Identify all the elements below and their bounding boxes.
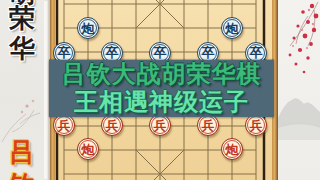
name-character-hua: 华	[0, 35, 44, 61]
name-character-rong: 荣	[0, 5, 44, 31]
left-sidebar: 胡 荣 华 吕 钦	[0, 0, 44, 180]
right-sidebar	[278, 0, 320, 180]
thumbnail: 炮炮卒卒卒卒卒兵兵兵兵炮炮兵 吕钦大战胡荣华棋 王相遇神级运子 胡 荣 华 吕 …	[0, 0, 320, 180]
banner-line-1: 吕钦大战胡荣华棋	[49, 61, 274, 87]
ink-mountain-art	[278, 88, 320, 144]
banner-line-2: 王相遇神级运子	[49, 89, 274, 115]
name-character-lv: 吕	[0, 139, 44, 165]
plum-blossom-art	[278, 0, 320, 92]
title-banner: 吕钦大战胡荣华棋 王相遇神级运子	[49, 60, 274, 117]
partial-bottom-character: 钦	[0, 172, 44, 180]
